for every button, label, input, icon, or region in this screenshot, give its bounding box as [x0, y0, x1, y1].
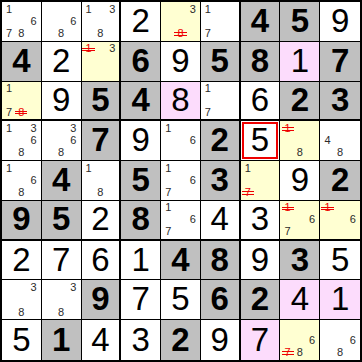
candidate: 7: [281, 226, 293, 238]
solved-digit: 2: [52, 44, 70, 77]
pencil-marks: 368: [43, 122, 80, 159]
candidate: 8: [55, 306, 67, 318]
candidate: 8: [15, 306, 27, 318]
solved-digit: 7: [251, 323, 269, 356]
cell-r6c7[interactable]: 3: [241, 201, 281, 241]
cell-r2c3[interactable]: 31: [82, 42, 122, 82]
candidate: 8: [334, 147, 347, 159]
solved-digit: 9: [171, 44, 189, 77]
candidate: 8: [15, 187, 27, 199]
cell-r1c9[interactable]: 9: [320, 2, 360, 42]
candidate: 6: [28, 174, 40, 186]
given-digit: 9: [12, 202, 30, 235]
given-digit: 3: [331, 83, 349, 116]
pencil-marks: 167: [162, 162, 199, 199]
candidate: 6: [187, 135, 199, 147]
cell-r9c5[interactable]: 2: [161, 320, 201, 360]
eliminated-candidate: 1: [83, 43, 95, 55]
cell-r6c2[interactable]: 5: [42, 201, 82, 241]
candidate: 6: [306, 214, 318, 226]
cell-r2c9[interactable]: 7: [320, 42, 360, 82]
candidate: 3: [187, 3, 199, 15]
pencil-marks: 61: [321, 202, 359, 238]
candidate: 6: [346, 334, 359, 347]
given-digit: 4: [251, 4, 269, 37]
solved-digit: 5: [251, 123, 269, 156]
cell-r7c6[interactable]: 8: [201, 241, 241, 281]
solved-digit: 5: [331, 243, 349, 276]
candidate: 3: [106, 3, 118, 15]
cell-r3c3[interactable]: 5: [82, 82, 122, 122]
given-digit: 7: [91, 123, 109, 156]
solved-digit: 2: [132, 4, 150, 37]
given-digit: 8: [132, 202, 150, 235]
cell-r1c2[interactable]: 68: [42, 2, 82, 42]
cell-r5c8[interactable]: 9: [280, 161, 320, 201]
pencil-marks: 17: [242, 162, 279, 199]
cell-r3c5[interactable]: 8: [161, 82, 201, 122]
cell-r8c9[interactable]: 1: [320, 280, 360, 320]
solved-digit: 8: [171, 83, 189, 116]
cell-r8c5[interactable]: 5: [161, 280, 201, 320]
solved-digit: 7: [52, 243, 70, 276]
candidate: 1: [3, 162, 15, 174]
candidate: 6: [346, 214, 359, 226]
candidate: 6: [28, 15, 40, 27]
solved-digit: 5: [171, 282, 189, 315]
given-digit: 6: [132, 44, 150, 77]
cell-r1c5[interactable]: 38: [161, 2, 201, 42]
solved-digit: 2: [91, 202, 109, 235]
candidate: 8: [334, 346, 347, 359]
solved-digit: 9: [132, 123, 150, 156]
cell-r2c2[interactable]: 2: [42, 42, 82, 82]
cell-r7c1[interactable]: 2: [2, 241, 42, 281]
candidate: 3: [28, 122, 40, 134]
candidate: 8: [55, 147, 67, 159]
cell-r9c8[interactable]: 687: [280, 320, 320, 360]
cell-r1c7[interactable]: 4: [241, 2, 281, 42]
pencil-marks: 671: [281, 202, 318, 238]
solved-digit: 1: [132, 243, 150, 276]
solved-digit: 1: [331, 282, 349, 315]
cell-r6c8[interactable]: 671: [280, 201, 320, 241]
pencil-marks: 38: [162, 3, 199, 40]
cell-r5c1[interactable]: 168: [2, 161, 42, 201]
solved-digit: 6: [251, 83, 269, 116]
pencil-marks: 1368: [3, 122, 40, 159]
candidate: 3: [67, 281, 79, 293]
cell-r7c8[interactable]: 3: [280, 241, 320, 281]
cell-r4c7[interactable]: 5: [241, 121, 281, 161]
pencil-marks: 1678: [3, 3, 40, 40]
cell-r1c4[interactable]: 2: [121, 2, 161, 42]
given-digit: 8: [211, 243, 229, 276]
pencil-marks: 38: [3, 281, 40, 318]
cell-r6c9[interactable]: 61: [320, 201, 360, 241]
solved-digit: 4: [291, 282, 309, 315]
candidate: 6: [187, 174, 199, 186]
candidate: 8: [94, 28, 106, 40]
candidate: 8: [55, 28, 67, 40]
solved-digit: 9: [291, 163, 309, 196]
pencil-marks: 138: [83, 3, 119, 40]
cell-r8c1[interactable]: 38: [2, 280, 42, 320]
candidate: 1: [162, 202, 174, 214]
given-digit: 2: [291, 83, 309, 116]
solved-digit: 1: [291, 44, 309, 77]
cell-r5c9[interactable]: 2: [320, 161, 360, 201]
cell-r8c6[interactable]: 6: [201, 280, 241, 320]
given-digit: 2: [331, 163, 349, 196]
candidate: 7: [3, 106, 15, 118]
pencil-marks: 18: [83, 162, 119, 199]
candidate: 3: [28, 281, 40, 293]
eliminated-candidate: 1: [321, 202, 334, 214]
candidate: 1: [162, 122, 174, 134]
cell-r2c1[interactable]: 4: [2, 42, 42, 82]
pencil-marks: 17: [202, 3, 238, 40]
given-digit: 5: [52, 202, 70, 235]
cell-r4c9[interactable]: 48: [320, 121, 360, 161]
candidate: 1: [202, 83, 214, 95]
given-digit: 1: [52, 323, 70, 356]
candidate: 6: [187, 214, 199, 226]
cell-r6c4[interactable]: 8: [121, 201, 161, 241]
cell-r9c6[interactable]: 9: [201, 320, 241, 360]
pencil-marks: 68: [321, 321, 359, 359]
given-digit: 2: [171, 323, 189, 356]
given-digit: 4: [12, 44, 30, 77]
cell-r4c8[interactable]: 81: [280, 121, 320, 161]
candidate: 1: [202, 3, 214, 15]
candidate: 4: [321, 135, 334, 147]
cell-r1c8[interactable]: 5: [280, 2, 320, 42]
pencil-marks: 68: [43, 3, 80, 40]
cell-r7c2[interactable]: 7: [42, 241, 82, 281]
candidate: 1: [3, 83, 15, 95]
solved-digit: 4: [91, 323, 109, 356]
given-digit: 5: [132, 163, 150, 196]
cell-r4c6[interactable]: 2: [201, 121, 241, 161]
pencil-marks: 178: [3, 83, 40, 119]
pencil-marks: 687: [281, 321, 318, 359]
given-digit: 4: [132, 83, 150, 116]
cell-r3c1[interactable]: 178: [2, 82, 42, 122]
cell-r5c4[interactable]: 5: [121, 161, 161, 201]
cell-r4c2[interactable]: 368: [42, 121, 82, 161]
given-digit: 5: [211, 44, 229, 77]
given-digit: 2: [251, 282, 269, 315]
cell-r7c3[interactable]: 6: [82, 241, 122, 281]
cell-r9c9[interactable]: 68: [320, 320, 360, 360]
given-digit: 3: [291, 243, 309, 276]
cell-r9c2[interactable]: 1: [42, 320, 82, 360]
cell-r1c3[interactable]: 138: [82, 2, 122, 42]
cell-r8c4[interactable]: 7: [121, 280, 161, 320]
cell-r6c5[interactable]: 167: [161, 201, 201, 241]
candidate: 6: [306, 334, 318, 347]
candidate: 1: [3, 122, 15, 134]
given-digit: 9: [91, 282, 109, 315]
eliminated-candidate: 8: [174, 28, 186, 40]
candidate: 3: [67, 122, 79, 134]
candidate: 7: [3, 28, 15, 40]
eliminated-candidate: 1: [281, 202, 293, 214]
cell-r6c1[interactable]: 9: [2, 201, 42, 241]
candidate: 6: [67, 15, 79, 27]
cell-r8c2[interactable]: 38: [42, 280, 82, 320]
candidate: 7: [162, 187, 174, 199]
candidate: 1: [3, 3, 15, 15]
cell-r7c5[interactable]: 4: [161, 241, 201, 281]
pencil-marks: 16: [162, 122, 199, 159]
cell-r3c6[interactable]: 17: [201, 82, 241, 122]
solved-digit: 4: [211, 202, 229, 235]
eliminated-candidate: 1: [281, 122, 293, 134]
cell-r2c6[interactable]: 5: [201, 42, 241, 82]
given-digit: 5: [291, 4, 309, 37]
cell-r9c1[interactable]: 5: [2, 320, 42, 360]
given-digit: 8: [251, 44, 269, 77]
given-digit: 2: [211, 123, 229, 156]
cell-r9c4[interactable]: 3: [121, 320, 161, 360]
given-digit: 4: [52, 163, 70, 196]
given-digit: 7: [331, 44, 349, 77]
cell-r7c7[interactable]: 9: [241, 241, 281, 281]
cell-r4c3[interactable]: 7: [82, 121, 122, 161]
pencil-marks: 167: [162, 202, 199, 238]
cell-r3c4[interactable]: 4: [121, 82, 161, 122]
candidate: 3: [106, 43, 118, 55]
cell-r2c5[interactable]: 9: [161, 42, 201, 82]
cell-r4c1[interactable]: 1368: [2, 121, 42, 161]
solved-digit: 3: [251, 202, 269, 235]
solved-digit: 9: [331, 4, 349, 37]
candidate: 6: [28, 135, 40, 147]
candidate: 8: [15, 147, 27, 159]
given-digit: 3: [211, 163, 229, 196]
pencil-marks: 168: [3, 162, 40, 199]
candidate: 7: [162, 226, 174, 238]
solved-digit: 3: [132, 323, 150, 356]
pencil-marks: 31: [83, 43, 119, 80]
cell-r5c7[interactable]: 17: [241, 161, 281, 201]
cell-r8c8[interactable]: 4: [280, 280, 320, 320]
candidate: 8: [94, 187, 106, 199]
cell-r7c9[interactable]: 5: [320, 241, 360, 281]
candidate: 8: [15, 28, 27, 40]
given-digit: 5: [91, 83, 109, 116]
candidate: 6: [67, 135, 79, 147]
eliminated-candidate: 8: [15, 106, 27, 118]
solved-digit: 7: [132, 282, 150, 315]
solved-digit: 9: [251, 243, 269, 276]
pencil-marks: 81: [281, 122, 318, 159]
cell-r4c4[interactable]: 9: [121, 121, 161, 161]
cell-r5c5[interactable]: 167: [161, 161, 201, 201]
cell-r3c7[interactable]: 6: [241, 82, 281, 122]
candidate: 1: [83, 162, 95, 174]
cell-r8c7[interactable]: 2: [241, 280, 281, 320]
solved-digit: 9: [211, 323, 229, 356]
pencil-marks: 48: [321, 122, 359, 159]
candidate: 1: [162, 162, 174, 174]
candidate: 7: [202, 106, 214, 118]
solved-digit: 2: [12, 243, 30, 276]
cell-r5c3[interactable]: 18: [82, 161, 122, 201]
cell-r9c7[interactable]: 7: [241, 320, 281, 360]
candidate: 8: [294, 346, 306, 359]
cell-r7c4[interactable]: 1: [121, 241, 161, 281]
cell-r6c6[interactable]: 4: [201, 201, 241, 241]
cell-r4c5[interactable]: 16: [161, 121, 201, 161]
eliminated-candidate: 7: [242, 187, 254, 199]
solved-digit: 5: [12, 323, 30, 356]
given-digit: 4: [171, 243, 189, 276]
cell-r3c8[interactable]: 2: [280, 82, 320, 122]
candidate: 1: [83, 3, 95, 15]
solved-digit: 6: [91, 243, 109, 276]
eliminated-candidate: 7: [281, 346, 293, 359]
cell-r1c1[interactable]: 1678: [2, 2, 42, 42]
cell-r2c4[interactable]: 6: [121, 42, 161, 82]
cell-r5c6[interactable]: 3: [201, 161, 241, 201]
cell-r9c3[interactable]: 4: [82, 320, 122, 360]
cell-r1c6[interactable]: 17: [201, 2, 241, 42]
candidate: 7: [202, 28, 214, 40]
candidate: 1: [242, 162, 254, 174]
cell-r2c8[interactable]: 1: [280, 42, 320, 82]
given-digit: 6: [211, 282, 229, 315]
sudoku-grid: 1678681382381745942316958171789548176231…: [0, 0, 362, 362]
cell-r5c2[interactable]: 4: [42, 161, 82, 201]
cell-r3c9[interactable]: 3: [320, 82, 360, 122]
cell-r3c2[interactable]: 9: [42, 82, 82, 122]
cell-r2c7[interactable]: 8: [241, 42, 281, 82]
cell-r8c3[interactable]: 9: [82, 280, 122, 320]
pencil-marks: 17: [202, 83, 238, 119]
candidate: 8: [294, 147, 306, 159]
cell-r6c3[interactable]: 2: [82, 201, 122, 241]
solved-digit: 9: [52, 83, 70, 116]
pencil-marks: 38: [43, 281, 80, 318]
